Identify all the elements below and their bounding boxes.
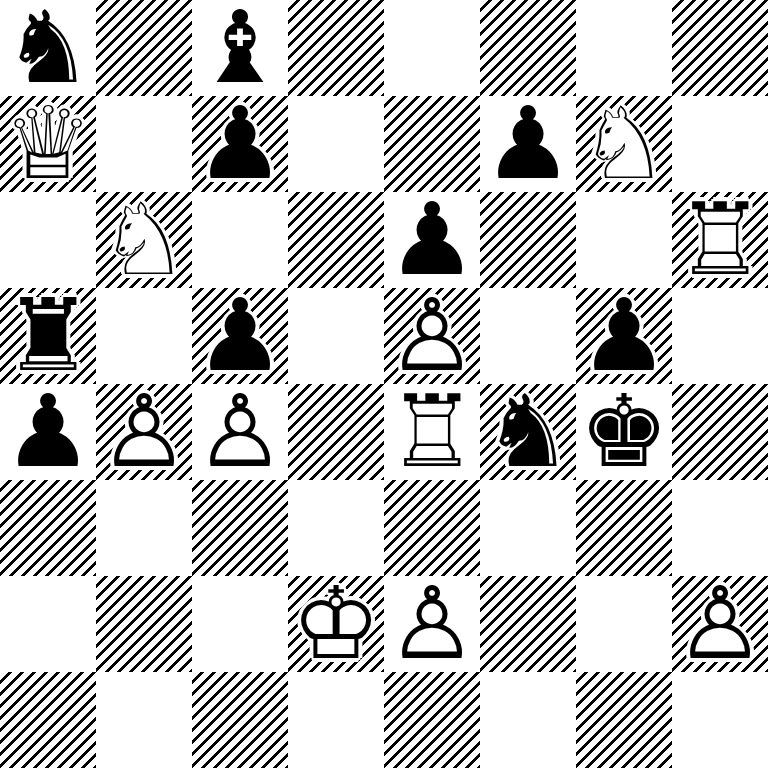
black-pawn-icon[interactable]: ♟ [0,384,96,480]
square-g3[interactable] [576,480,672,576]
black-knight-icon[interactable]: ♞ [480,384,576,480]
square-f7[interactable]: ♟ [480,96,576,192]
black-pawn-icon[interactable]: ♟ [192,288,288,384]
black-pawn-icon[interactable]: ♟ [192,96,288,192]
square-a3[interactable] [0,480,96,576]
white-pawn-c4[interactable]: ♟♙ [192,384,288,480]
chess-board: ♞♝♛♕♟♟♞♘♞♘♟♜♖♜♟♟♙♟♟♟♙♟♙♜♖♞♚♚♔♟♙♟♙ [0,0,768,768]
square-f5[interactable] [480,288,576,384]
white-pawn-icon: ♙ [96,384,192,480]
square-c5[interactable]: ♟ [192,288,288,384]
square-d6[interactable] [288,192,384,288]
square-c3[interactable] [192,480,288,576]
square-b3[interactable] [96,480,192,576]
square-f4[interactable]: ♞ [480,384,576,480]
square-c6[interactable] [192,192,288,288]
square-e1[interactable] [384,672,480,768]
black-pawn-icon[interactable]: ♟ [384,192,480,288]
black-pawn-icon[interactable]: ♟ [576,288,672,384]
square-h1[interactable] [672,672,768,768]
square-c4[interactable]: ♟♙ [192,384,288,480]
square-a4[interactable]: ♟ [0,384,96,480]
white-rook-icon: ♖ [384,384,480,480]
square-a6[interactable] [0,192,96,288]
square-e2[interactable]: ♟♙ [384,576,480,672]
square-a5[interactable]: ♜ [0,288,96,384]
white-pawn-b4[interactable]: ♟♙ [96,384,192,480]
white-king-icon: ♔ [288,576,384,672]
square-b4[interactable]: ♟♙ [96,384,192,480]
black-knight-icon[interactable]: ♞ [0,0,96,96]
white-rook-icon: ♖ [672,192,768,288]
square-b1[interactable] [96,672,192,768]
square-a2[interactable] [0,576,96,672]
white-knight-g7[interactable]: ♞♘ [576,96,672,192]
white-pawn-icon: ♙ [192,384,288,480]
square-h8[interactable] [672,0,768,96]
white-knight-icon: ♘ [96,192,192,288]
square-g7[interactable]: ♞♘ [576,96,672,192]
square-d1[interactable] [288,672,384,768]
square-d7[interactable] [288,96,384,192]
square-d3[interactable] [288,480,384,576]
square-f8[interactable] [480,0,576,96]
square-f6[interactable] [480,192,576,288]
white-pawn-e2[interactable]: ♟♙ [384,576,480,672]
square-h6[interactable]: ♜♖ [672,192,768,288]
white-pawn-icon: ♙ [384,576,480,672]
square-h7[interactable] [672,96,768,192]
square-g4[interactable]: ♚ [576,384,672,480]
square-h4[interactable] [672,384,768,480]
square-g2[interactable] [576,576,672,672]
chess-diagram: ♞♝♛♕♟♟♞♘♞♘♟♜♖♜♟♟♙♟♟♟♙♟♙♜♖♞♚♚♔♟♙♟♙ [0,0,768,768]
black-king-icon[interactable]: ♚ [576,384,672,480]
square-f2[interactable] [480,576,576,672]
square-f1[interactable] [480,672,576,768]
white-pawn-icon: ♙ [384,288,480,384]
square-b7[interactable] [96,96,192,192]
square-d2[interactable]: ♚♔ [288,576,384,672]
white-pawn-e5[interactable]: ♟♙ [384,288,480,384]
square-b5[interactable] [96,288,192,384]
square-g1[interactable] [576,672,672,768]
black-rook-icon[interactable]: ♜ [0,288,96,384]
white-knight-b6[interactable]: ♞♘ [96,192,192,288]
square-h3[interactable] [672,480,768,576]
square-c2[interactable] [192,576,288,672]
square-d5[interactable] [288,288,384,384]
square-g6[interactable] [576,192,672,288]
square-h2[interactable]: ♟♙ [672,576,768,672]
square-c7[interactable]: ♟ [192,96,288,192]
square-h5[interactable] [672,288,768,384]
square-b8[interactable] [96,0,192,96]
square-g5[interactable]: ♟ [576,288,672,384]
square-b2[interactable] [96,576,192,672]
white-rook-h6[interactable]: ♜♖ [672,192,768,288]
white-pawn-icon: ♙ [672,576,768,672]
white-king-d2[interactable]: ♚♔ [288,576,384,672]
square-d8[interactable] [288,0,384,96]
square-e5[interactable]: ♟♙ [384,288,480,384]
black-bishop-icon[interactable]: ♝ [192,0,288,96]
white-queen-a7[interactable]: ♛♕ [0,96,96,192]
white-queen-icon: ♕ [0,96,96,192]
square-d4[interactable] [288,384,384,480]
square-a8[interactable]: ♞ [0,0,96,96]
square-f3[interactable] [480,480,576,576]
white-pawn-h2[interactable]: ♟♙ [672,576,768,672]
black-pawn-icon[interactable]: ♟ [480,96,576,192]
square-c1[interactable] [192,672,288,768]
square-a7[interactable]: ♛♕ [0,96,96,192]
square-g8[interactable] [576,0,672,96]
square-e6[interactable]: ♟ [384,192,480,288]
square-e8[interactable] [384,0,480,96]
square-a1[interactable] [0,672,96,768]
square-b6[interactable]: ♞♘ [96,192,192,288]
square-e7[interactable] [384,96,480,192]
white-rook-e4[interactable]: ♜♖ [384,384,480,480]
square-e3[interactable] [384,480,480,576]
white-knight-icon: ♘ [576,96,672,192]
square-c8[interactable]: ♝ [192,0,288,96]
square-e4[interactable]: ♜♖ [384,384,480,480]
